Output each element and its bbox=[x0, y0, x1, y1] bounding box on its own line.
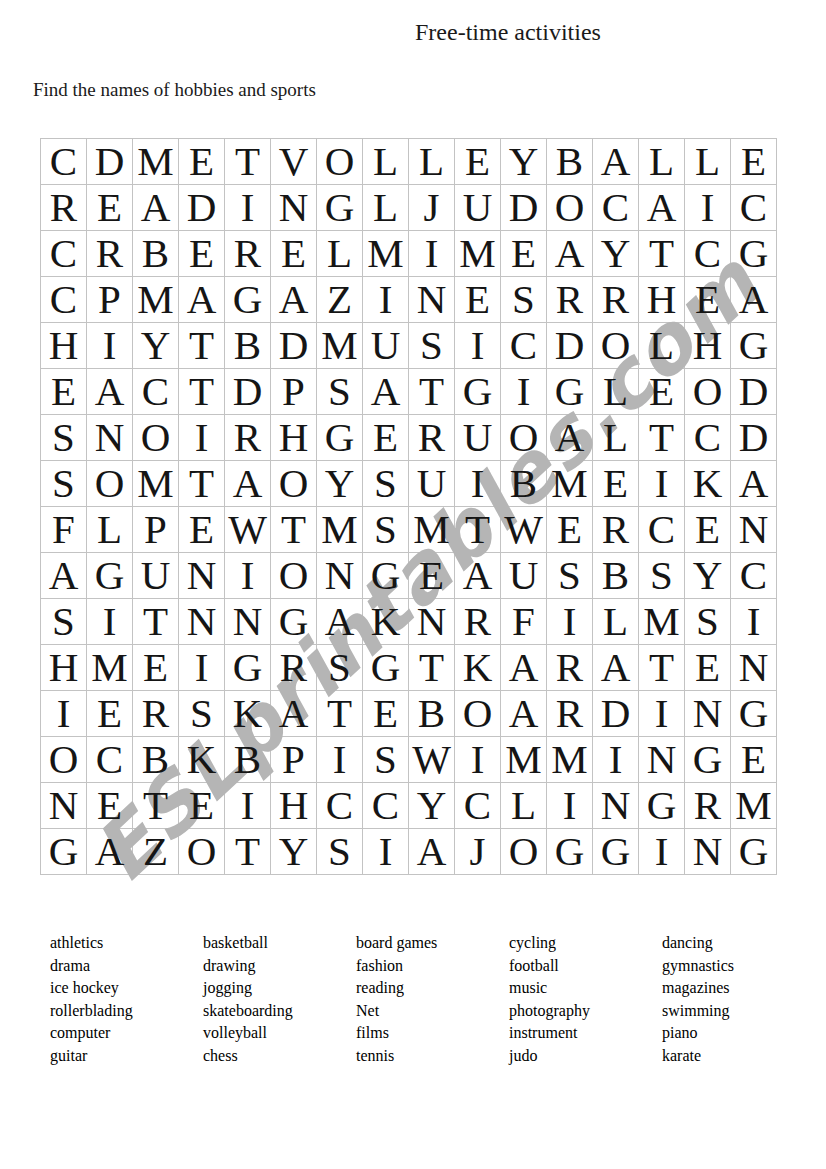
grid-cell[interactable]: R bbox=[685, 783, 731, 829]
grid-cell[interactable]: K bbox=[179, 737, 225, 783]
grid-letter: T bbox=[327, 693, 352, 734]
grid-letter: S bbox=[650, 555, 673, 596]
grid-letter: M bbox=[643, 601, 679, 642]
grid-cell[interactable]: A bbox=[179, 277, 225, 323]
grid-cell[interactable]: Y bbox=[409, 783, 455, 829]
grid-cell[interactable]: S bbox=[317, 645, 363, 691]
grid-cell[interactable]: C bbox=[501, 323, 547, 369]
grid-cell[interactable]: S bbox=[547, 553, 593, 599]
grid-cell[interactable]: A bbox=[271, 691, 317, 737]
grid-cell[interactable]: D bbox=[87, 139, 133, 185]
grid-cell[interactable]: R bbox=[225, 231, 271, 277]
grid-cell[interactable]: T bbox=[225, 829, 271, 875]
grid-letter: O bbox=[95, 463, 125, 504]
grid-cell[interactable]: L bbox=[87, 507, 133, 553]
grid-cell[interactable]: J bbox=[455, 829, 501, 875]
grid-cell[interactable]: N bbox=[409, 277, 455, 323]
grid-letter: G bbox=[647, 785, 677, 826]
grid-cell[interactable]: O bbox=[455, 691, 501, 737]
grid-cell[interactable]: S bbox=[41, 461, 87, 507]
grid-cell[interactable]: L bbox=[593, 369, 639, 415]
grid-cell[interactable]: P bbox=[271, 737, 317, 783]
grid-cell[interactable]: G bbox=[317, 415, 363, 461]
grid-cell[interactable]: T bbox=[409, 645, 455, 691]
grid-cell[interactable]: U bbox=[133, 553, 179, 599]
grid-cell[interactable]: N bbox=[409, 599, 455, 645]
grid-cell[interactable]: G bbox=[225, 277, 271, 323]
grid-cell[interactable]: I bbox=[87, 599, 133, 645]
grid-cell[interactable]: C bbox=[685, 231, 731, 277]
grid-cell[interactable]: L bbox=[501, 783, 547, 829]
word-list-item: rollerblading bbox=[50, 1000, 133, 1023]
grid-cell[interactable]: L bbox=[363, 185, 409, 231]
grid-cell[interactable]: A bbox=[87, 369, 133, 415]
grid-cell[interactable]: N bbox=[179, 553, 225, 599]
grid-cell[interactable]: C bbox=[87, 737, 133, 783]
grid-cell[interactable]: K bbox=[685, 461, 731, 507]
grid-letter: I bbox=[57, 693, 71, 734]
grid-cell[interactable]: D bbox=[593, 691, 639, 737]
grid-cell[interactable]: C bbox=[317, 783, 363, 829]
grid-cell[interactable]: A bbox=[225, 461, 271, 507]
grid-cell[interactable]: D bbox=[731, 415, 777, 461]
grid-cell[interactable]: E bbox=[179, 507, 225, 553]
grid-cell[interactable]: A bbox=[593, 645, 639, 691]
grid-cell[interactable]: O bbox=[501, 829, 547, 875]
grid-cell[interactable]: M bbox=[501, 737, 547, 783]
grid-cell[interactable]: E bbox=[179, 139, 225, 185]
grid-cell[interactable]: D bbox=[501, 185, 547, 231]
word-search-board: CDMETVOLLEYBALLEREADINGLJUDOCAICCRBERELM… bbox=[40, 138, 776, 874]
grid-cell[interactable]: G bbox=[225, 645, 271, 691]
grid-cell[interactable]: B bbox=[501, 461, 547, 507]
grid-cell[interactable]: R bbox=[547, 277, 593, 323]
grid-cell[interactable]: S bbox=[685, 599, 731, 645]
grid-cell[interactable]: I bbox=[179, 645, 225, 691]
grid-cell[interactable]: M bbox=[409, 507, 455, 553]
word-list-item: karate bbox=[662, 1045, 734, 1068]
grid-cell[interactable]: E bbox=[685, 277, 731, 323]
grid-cell[interactable]: I bbox=[455, 737, 501, 783]
grid-cell[interactable]: I bbox=[685, 185, 731, 231]
grid-cell[interactable]: N bbox=[731, 507, 777, 553]
grid-cell[interactable]: L bbox=[593, 599, 639, 645]
grid-cell[interactable]: S bbox=[317, 829, 363, 875]
grid-letter: S bbox=[328, 371, 351, 412]
grid-cell[interactable]: I bbox=[87, 323, 133, 369]
grid-cell[interactable]: S bbox=[363, 737, 409, 783]
grid-cell[interactable]: P bbox=[271, 369, 317, 415]
word-list-item: skateboarding bbox=[203, 1000, 293, 1023]
grid-cell[interactable]: Z bbox=[317, 277, 363, 323]
grid-cell[interactable]: M bbox=[547, 461, 593, 507]
grid-cell[interactable]: N bbox=[271, 185, 317, 231]
grid-cell[interactable]: E bbox=[87, 691, 133, 737]
grid-cell[interactable]: A bbox=[409, 829, 455, 875]
grid-cell[interactable]: E bbox=[593, 461, 639, 507]
grid-letter: A bbox=[279, 279, 309, 320]
grid-letter: G bbox=[279, 601, 309, 642]
grid-letter: I bbox=[655, 693, 669, 734]
grid-cell[interactable]: F bbox=[41, 507, 87, 553]
grid-cell[interactable]: N bbox=[87, 415, 133, 461]
grid-cell[interactable]: E bbox=[87, 783, 133, 829]
grid-letter: W bbox=[228, 509, 267, 550]
grid-cell[interactable]: Z bbox=[133, 829, 179, 875]
grid-cell[interactable]: L bbox=[685, 139, 731, 185]
grid-letter: A bbox=[601, 141, 631, 182]
grid-cell[interactable]: E bbox=[731, 737, 777, 783]
grid-cell[interactable]: O bbox=[317, 139, 363, 185]
grid-cell[interactable]: M bbox=[133, 277, 179, 323]
grid-cell[interactable]: G bbox=[87, 553, 133, 599]
grid-cell[interactable]: H bbox=[271, 783, 317, 829]
grid-cell[interactable]: R bbox=[133, 691, 179, 737]
grid-cell[interactable]: R bbox=[547, 691, 593, 737]
grid-cell[interactable]: V bbox=[271, 139, 317, 185]
word-list-item: Net bbox=[356, 1000, 437, 1023]
grid-letter: E bbox=[143, 647, 168, 688]
grid-letter: C bbox=[50, 233, 77, 274]
grid-cell[interactable]: C bbox=[593, 185, 639, 231]
grid-cell[interactable]: U bbox=[455, 415, 501, 461]
grid-letter: C bbox=[142, 371, 169, 412]
grid-cell[interactable]: M bbox=[87, 645, 133, 691]
grid-cell[interactable]: D bbox=[547, 323, 593, 369]
grid-letter: A bbox=[601, 647, 631, 688]
grid-cell[interactable]: R bbox=[455, 599, 501, 645]
grid-cell[interactable]: G bbox=[685, 737, 731, 783]
grid-cell[interactable]: E bbox=[363, 415, 409, 461]
grid-cell[interactable]: O bbox=[593, 323, 639, 369]
grid-cell[interactable]: L bbox=[409, 139, 455, 185]
grid-cell[interactable]: S bbox=[363, 507, 409, 553]
grid-cell[interactable]: A bbox=[501, 691, 547, 737]
grid-cell[interactable]: O bbox=[179, 829, 225, 875]
grid-cell[interactable]: E bbox=[133, 645, 179, 691]
grid-cell[interactable]: I bbox=[41, 691, 87, 737]
grid-cell[interactable]: K bbox=[225, 691, 271, 737]
grid-cell[interactable]: D bbox=[271, 323, 317, 369]
grid-cell[interactable]: K bbox=[455, 645, 501, 691]
grid-cell[interactable]: M bbox=[133, 139, 179, 185]
grid-cell[interactable]: A bbox=[731, 277, 777, 323]
grid-letter: O bbox=[509, 417, 539, 458]
grid-cell[interactable]: E bbox=[501, 231, 547, 277]
grid-letter: S bbox=[328, 647, 351, 688]
grid-cell[interactable]: N bbox=[225, 599, 271, 645]
grid-letter: E bbox=[97, 187, 122, 228]
grid-cell[interactable]: G bbox=[731, 231, 777, 277]
grid-cell[interactable]: A bbox=[501, 645, 547, 691]
grid-cell[interactable]: S bbox=[409, 323, 455, 369]
grid-cell[interactable]: E bbox=[409, 553, 455, 599]
grid-cell[interactable]: W bbox=[409, 737, 455, 783]
grid-cell[interactable]: I bbox=[225, 553, 271, 599]
grid-cell[interactable]: I bbox=[317, 737, 363, 783]
grid-cell[interactable]: I bbox=[363, 277, 409, 323]
grid-cell[interactable]: Y bbox=[271, 829, 317, 875]
grid-cell[interactable]: A bbox=[271, 277, 317, 323]
grid-letter: T bbox=[281, 509, 306, 550]
grid-letter: M bbox=[321, 325, 357, 366]
grid-cell[interactable]: C bbox=[41, 231, 87, 277]
grid-cell[interactable]: S bbox=[41, 599, 87, 645]
grid-cell[interactable]: E bbox=[685, 507, 731, 553]
grid-cell[interactable]: S bbox=[317, 369, 363, 415]
grid-cell[interactable]: G bbox=[363, 645, 409, 691]
grid-cell[interactable]: M bbox=[133, 461, 179, 507]
grid-letter: I bbox=[195, 417, 209, 458]
grid-cell[interactable]: E bbox=[87, 185, 133, 231]
grid-cell[interactable]: C bbox=[133, 369, 179, 415]
grid-cell[interactable]: G bbox=[41, 829, 87, 875]
grid-cell[interactable]: Y bbox=[501, 139, 547, 185]
grid-cell[interactable]: B bbox=[225, 737, 271, 783]
grid-cell[interactable]: R bbox=[87, 231, 133, 277]
grid-cell[interactable]: T bbox=[179, 369, 225, 415]
grid-cell[interactable]: O bbox=[501, 415, 547, 461]
grid-cell[interactable]: H bbox=[271, 415, 317, 461]
grid-letter: M bbox=[91, 647, 127, 688]
grid-letter: C bbox=[464, 785, 491, 826]
grid-cell[interactable]: C bbox=[685, 415, 731, 461]
grid-cell[interactable]: G bbox=[547, 829, 593, 875]
grid-letter: I bbox=[333, 739, 347, 780]
word-list-item: magazines bbox=[662, 977, 734, 1000]
grid-cell[interactable]: N bbox=[41, 783, 87, 829]
grid-cell[interactable]: G bbox=[547, 369, 593, 415]
grid-cell[interactable]: O bbox=[133, 415, 179, 461]
grid-cell[interactable]: R bbox=[271, 645, 317, 691]
grid-cell[interactable]: E bbox=[455, 277, 501, 323]
grid-cell[interactable]: T bbox=[639, 231, 685, 277]
grid-cell[interactable]: G bbox=[639, 783, 685, 829]
grid-cell[interactable]: L bbox=[363, 139, 409, 185]
grid-cell[interactable]: B bbox=[593, 553, 639, 599]
grid-cell[interactable]: O bbox=[87, 461, 133, 507]
grid-cell[interactable]: C bbox=[639, 507, 685, 553]
grid-cell[interactable]: C bbox=[41, 139, 87, 185]
grid-cell[interactable]: E bbox=[271, 231, 317, 277]
grid-cell[interactable]: T bbox=[179, 461, 225, 507]
grid-cell[interactable]: M bbox=[317, 507, 363, 553]
grid-cell[interactable]: E bbox=[547, 507, 593, 553]
grid-cell[interactable]: M bbox=[317, 323, 363, 369]
grid-cell[interactable]: I bbox=[593, 737, 639, 783]
grid-cell[interactable]: D bbox=[179, 185, 225, 231]
grid-cell[interactable]: E bbox=[455, 139, 501, 185]
grid-cell[interactable]: N bbox=[179, 599, 225, 645]
grid-cell[interactable]: A bbox=[317, 599, 363, 645]
grid-letter: I bbox=[241, 187, 255, 228]
grid-cell[interactable]: F bbox=[501, 599, 547, 645]
grid-cell[interactable]: T bbox=[133, 783, 179, 829]
grid-cell[interactable]: N bbox=[317, 553, 363, 599]
grid-cell[interactable]: R bbox=[593, 507, 639, 553]
grid-cell[interactable]: T bbox=[133, 599, 179, 645]
grid-cell[interactable]: A bbox=[363, 369, 409, 415]
instructions-text: Find the names of hobbies and sports bbox=[33, 79, 316, 101]
grid-cell[interactable]: I bbox=[639, 829, 685, 875]
grid-cell[interactable]: R bbox=[41, 185, 87, 231]
grid-letter: U bbox=[463, 187, 493, 228]
grid-cell[interactable]: I bbox=[731, 599, 777, 645]
grid-cell[interactable]: E bbox=[731, 139, 777, 185]
grid-cell[interactable]: D bbox=[225, 369, 271, 415]
grid-cell[interactable]: T bbox=[639, 415, 685, 461]
grid-letter: G bbox=[739, 233, 769, 274]
grid-cell[interactable]: O bbox=[271, 461, 317, 507]
grid-cell[interactable]: A bbox=[455, 553, 501, 599]
grid-cell[interactable]: U bbox=[455, 185, 501, 231]
grid-cell[interactable]: L bbox=[593, 415, 639, 461]
grid-cell[interactable]: I bbox=[225, 783, 271, 829]
grid-cell[interactable]: I bbox=[409, 231, 455, 277]
grid-cell[interactable]: O bbox=[685, 369, 731, 415]
grid-cell[interactable]: T bbox=[455, 507, 501, 553]
grid-cell[interactable]: B bbox=[409, 691, 455, 737]
grid-cell[interactable]: E bbox=[179, 783, 225, 829]
grid-cell[interactable]: I bbox=[639, 461, 685, 507]
grid-cell[interactable]: D bbox=[731, 369, 777, 415]
grid-cell[interactable]: Y bbox=[685, 553, 731, 599]
grid-cell[interactable]: A bbox=[547, 415, 593, 461]
grid-letter: P bbox=[282, 371, 305, 412]
grid-cell[interactable]: J bbox=[409, 185, 455, 231]
grid-cell[interactable]: R bbox=[225, 415, 271, 461]
grid-cell[interactable]: I bbox=[225, 185, 271, 231]
grid-cell[interactable]: T bbox=[179, 323, 225, 369]
grid-cell[interactable]: B bbox=[225, 323, 271, 369]
grid-cell[interactable]: C bbox=[41, 277, 87, 323]
grid-cell[interactable]: A bbox=[87, 829, 133, 875]
grid-letter: A bbox=[233, 463, 263, 504]
grid-cell[interactable]: M bbox=[455, 231, 501, 277]
grid-cell[interactable]: I bbox=[363, 829, 409, 875]
grid-cell[interactable]: T bbox=[225, 139, 271, 185]
grid-cell[interactable]: G bbox=[317, 185, 363, 231]
grid-cell[interactable]: U bbox=[501, 553, 547, 599]
word-list-item: tennis bbox=[356, 1045, 437, 1068]
grid-cell[interactable]: L bbox=[639, 139, 685, 185]
grid-cell[interactable]: A bbox=[547, 231, 593, 277]
grid-cell[interactable]: S bbox=[501, 277, 547, 323]
grid-cell[interactable]: H bbox=[41, 323, 87, 369]
grid-cell[interactable]: O bbox=[271, 553, 317, 599]
grid-cell[interactable]: A bbox=[133, 185, 179, 231]
grid-cell[interactable]: A bbox=[593, 139, 639, 185]
grid-cell[interactable]: H bbox=[639, 277, 685, 323]
grid-cell[interactable]: M bbox=[363, 231, 409, 277]
grid-cell[interactable]: K bbox=[363, 599, 409, 645]
grid-cell[interactable]: S bbox=[639, 553, 685, 599]
grid-cell[interactable]: B bbox=[133, 231, 179, 277]
grid-cell[interactable]: G bbox=[593, 829, 639, 875]
grid-cell[interactable]: I bbox=[455, 461, 501, 507]
grid-cell[interactable]: O bbox=[41, 737, 87, 783]
grid-cell[interactable]: M bbox=[639, 599, 685, 645]
grid-cell[interactable]: A bbox=[639, 185, 685, 231]
grid-letter: E bbox=[51, 371, 76, 412]
grid-cell[interactable]: P bbox=[133, 507, 179, 553]
grid-cell[interactable]: C bbox=[731, 553, 777, 599]
grid-cell[interactable]: S bbox=[41, 415, 87, 461]
grid-cell[interactable]: R bbox=[409, 415, 455, 461]
grid-cell[interactable]: N bbox=[639, 737, 685, 783]
grid-cell[interactable]: T bbox=[639, 645, 685, 691]
grid-cell[interactable]: I bbox=[547, 599, 593, 645]
grid-cell[interactable]: G bbox=[731, 691, 777, 737]
grid-cell[interactable]: G bbox=[731, 323, 777, 369]
grid-cell[interactable]: I bbox=[639, 691, 685, 737]
grid-cell[interactable]: T bbox=[317, 691, 363, 737]
grid-cell[interactable]: R bbox=[547, 645, 593, 691]
grid-cell[interactable]: P bbox=[87, 277, 133, 323]
grid-cell[interactable]: G bbox=[363, 553, 409, 599]
grid-cell[interactable]: I bbox=[179, 415, 225, 461]
grid-cell[interactable]: E bbox=[685, 645, 731, 691]
grid-cell[interactable]: G bbox=[731, 829, 777, 875]
grid-cell[interactable]: L bbox=[317, 231, 363, 277]
grid-cell[interactable]: S bbox=[363, 461, 409, 507]
grid-cell[interactable]: L bbox=[639, 323, 685, 369]
grid-cell[interactable]: N bbox=[731, 645, 777, 691]
grid-cell[interactable]: E bbox=[179, 231, 225, 277]
grid-cell[interactable]: W bbox=[225, 507, 271, 553]
grid-cell[interactable]: H bbox=[685, 323, 731, 369]
grid-cell[interactable]: G bbox=[271, 599, 317, 645]
grid-cell[interactable]: Y bbox=[133, 323, 179, 369]
grid-cell[interactable]: C bbox=[455, 783, 501, 829]
grid-cell[interactable]: M bbox=[547, 737, 593, 783]
grid-cell[interactable]: M bbox=[731, 783, 777, 829]
grid-cell[interactable]: Y bbox=[317, 461, 363, 507]
grid-letter: K bbox=[371, 601, 401, 642]
grid-cell[interactable]: N bbox=[685, 829, 731, 875]
grid-cell[interactable]: I bbox=[547, 783, 593, 829]
grid-letter: H bbox=[49, 647, 79, 688]
word-list-item: music bbox=[509, 977, 590, 1000]
grid-cell[interactable]: T bbox=[271, 507, 317, 553]
grid-cell[interactable]: S bbox=[179, 691, 225, 737]
grid-cell[interactable]: C bbox=[363, 783, 409, 829]
grid-letter: U bbox=[463, 417, 493, 458]
grid-cell[interactable]: R bbox=[593, 277, 639, 323]
grid-cell[interactable]: G bbox=[455, 369, 501, 415]
grid-cell[interactable]: I bbox=[455, 323, 501, 369]
grid-cell[interactable]: C bbox=[731, 185, 777, 231]
grid-cell[interactable]: B bbox=[133, 737, 179, 783]
grid-cell[interactable]: H bbox=[41, 645, 87, 691]
grid-letter: Y bbox=[141, 325, 171, 366]
grid-cell[interactable]: I bbox=[501, 369, 547, 415]
grid-cell[interactable]: A bbox=[731, 461, 777, 507]
grid-cell[interactable]: A bbox=[41, 553, 87, 599]
grid-cell[interactable]: E bbox=[639, 369, 685, 415]
grid-cell[interactable]: Y bbox=[593, 231, 639, 277]
grid-cell[interactable]: W bbox=[501, 507, 547, 553]
grid-cell[interactable]: U bbox=[409, 461, 455, 507]
grid-cell[interactable]: E bbox=[41, 369, 87, 415]
grid-cell[interactable]: B bbox=[547, 139, 593, 185]
grid-cell[interactable]: E bbox=[363, 691, 409, 737]
grid-cell[interactable]: U bbox=[363, 323, 409, 369]
grid-cell[interactable]: O bbox=[547, 185, 593, 231]
grid-cell[interactable]: N bbox=[593, 783, 639, 829]
grid-cell[interactable]: T bbox=[409, 369, 455, 415]
grid-cell[interactable]: N bbox=[685, 691, 731, 737]
